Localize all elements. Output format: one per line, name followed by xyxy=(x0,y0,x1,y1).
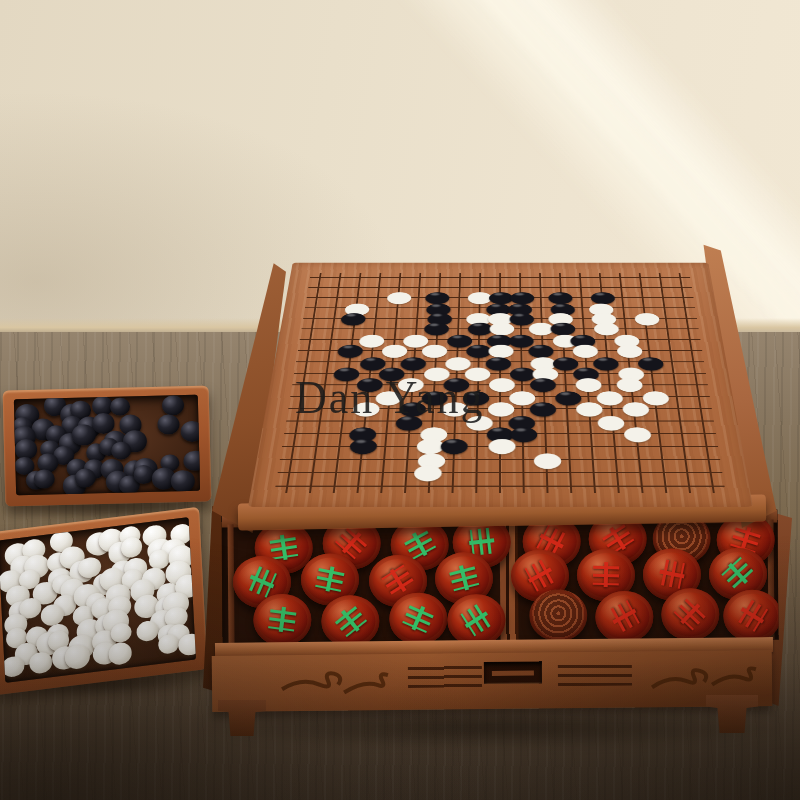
white-go-stone: ● xyxy=(385,290,413,304)
product-photo-scene: ●●●●●●●●●●●●●●●●●●●●●●●●●●●●●●●●●●●●●●●●… xyxy=(0,0,800,800)
black-go-stone: ● xyxy=(339,311,368,325)
white-go-stone: ● xyxy=(632,311,661,325)
watermark-text: Dan Yang xyxy=(295,371,555,424)
